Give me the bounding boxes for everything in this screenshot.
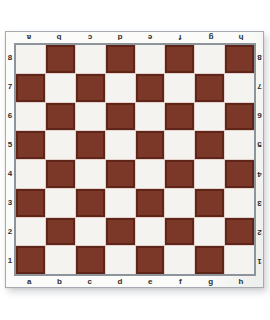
coord-top-d: d	[105, 32, 135, 43]
coord-left-4: 4	[6, 160, 14, 189]
square-c8[interactable]	[76, 45, 105, 73]
coord-right-8: 8	[256, 43, 263, 72]
rank-labels-right: 87654321	[256, 43, 263, 276]
square-h5[interactable]	[225, 131, 254, 159]
square-d3[interactable]	[106, 189, 135, 217]
square-g2[interactable]	[195, 218, 224, 246]
square-e8[interactable]	[136, 45, 165, 73]
square-h8[interactable]	[225, 45, 254, 73]
coord-top-g: g	[196, 32, 226, 43]
square-f5[interactable]	[165, 131, 194, 159]
coord-right-6: 6	[256, 101, 263, 130]
square-a8[interactable]	[16, 45, 45, 73]
coord-left-6: 6	[6, 101, 14, 130]
square-g3[interactable]	[195, 189, 224, 217]
square-a4[interactable]	[16, 160, 45, 188]
square-f6[interactable]	[165, 103, 194, 131]
square-d4[interactable]	[106, 160, 135, 188]
square-d2[interactable]	[106, 218, 135, 246]
coord-bottom-c: c	[75, 276, 105, 287]
coord-top-f: f	[165, 32, 195, 43]
coord-right-4: 4	[256, 160, 263, 189]
coord-left-8: 8	[6, 43, 14, 72]
coord-bottom-g: g	[196, 276, 226, 287]
square-g7[interactable]	[195, 74, 224, 102]
coord-left-3: 3	[6, 189, 14, 218]
square-f1[interactable]	[165, 246, 194, 274]
square-g5[interactable]	[195, 131, 224, 159]
square-h1[interactable]	[225, 246, 254, 274]
coord-right-3: 3	[256, 189, 263, 218]
coord-top-h: h	[226, 32, 256, 43]
coord-right-7: 7	[256, 72, 263, 101]
coord-top-e: e	[135, 32, 165, 43]
square-b1[interactable]	[46, 246, 75, 274]
square-e5[interactable]	[136, 131, 165, 159]
square-g1[interactable]	[195, 246, 224, 274]
square-b6[interactable]	[46, 103, 75, 131]
square-c1[interactable]	[76, 246, 105, 274]
square-f3[interactable]	[165, 189, 194, 217]
chessboard: abcdefgh 87654321 87654321 abcdefgh	[5, 31, 264, 288]
square-h3[interactable]	[225, 189, 254, 217]
square-a6[interactable]	[16, 103, 45, 131]
coord-left-7: 7	[6, 72, 14, 101]
square-h2[interactable]	[225, 218, 254, 246]
coord-top-c: c	[75, 32, 105, 43]
square-g6[interactable]	[195, 103, 224, 131]
coord-right-2: 2	[256, 218, 263, 247]
square-c2[interactable]	[76, 218, 105, 246]
rank-labels-left: 87654321	[6, 43, 14, 276]
square-b8[interactable]	[46, 45, 75, 73]
square-a2[interactable]	[16, 218, 45, 246]
square-d5[interactable]	[106, 131, 135, 159]
square-f4[interactable]	[165, 160, 194, 188]
coord-bottom-a: a	[14, 276, 44, 287]
square-e6[interactable]	[136, 103, 165, 131]
square-e4[interactable]	[136, 160, 165, 188]
square-g8[interactable]	[195, 45, 224, 73]
square-b2[interactable]	[46, 218, 75, 246]
coord-right-5: 5	[256, 130, 263, 159]
square-d8[interactable]	[106, 45, 135, 73]
square-b5[interactable]	[46, 131, 75, 159]
square-a7[interactable]	[16, 74, 45, 102]
square-e3[interactable]	[136, 189, 165, 217]
coord-left-5: 5	[6, 130, 14, 159]
square-f8[interactable]	[165, 45, 194, 73]
coord-top-b: b	[44, 32, 74, 43]
square-h6[interactable]	[225, 103, 254, 131]
coord-bottom-e: e	[135, 276, 165, 287]
square-h4[interactable]	[225, 160, 254, 188]
square-b7[interactable]	[46, 74, 75, 102]
square-c6[interactable]	[76, 103, 105, 131]
square-c4[interactable]	[76, 160, 105, 188]
coord-left-1: 1	[6, 247, 14, 276]
page: abcdefgh 87654321 87654321 abcdefgh	[0, 0, 270, 320]
square-e7[interactable]	[136, 74, 165, 102]
square-e2[interactable]	[136, 218, 165, 246]
square-h7[interactable]	[225, 74, 254, 102]
square-c5[interactable]	[76, 131, 105, 159]
coord-top-a: a	[14, 32, 44, 43]
square-b3[interactable]	[46, 189, 75, 217]
square-a1[interactable]	[16, 246, 45, 274]
coord-right-1: 1	[256, 247, 263, 276]
square-d7[interactable]	[106, 74, 135, 102]
coord-left-2: 2	[6, 218, 14, 247]
board-squares	[14, 43, 256, 276]
square-g4[interactable]	[195, 160, 224, 188]
square-f7[interactable]	[165, 74, 194, 102]
square-d1[interactable]	[106, 246, 135, 274]
coord-bottom-h: h	[226, 276, 256, 287]
square-b4[interactable]	[46, 160, 75, 188]
coord-bottom-d: d	[105, 276, 135, 287]
square-a5[interactable]	[16, 131, 45, 159]
coord-bottom-f: f	[165, 276, 195, 287]
file-labels-top: abcdefgh	[14, 32, 256, 43]
file-labels-bottom: abcdefgh	[14, 276, 256, 287]
square-c3[interactable]	[76, 189, 105, 217]
square-d6[interactable]	[106, 103, 135, 131]
square-c7[interactable]	[76, 74, 105, 102]
square-a3[interactable]	[16, 189, 45, 217]
coord-bottom-b: b	[44, 276, 74, 287]
square-e1[interactable]	[136, 246, 165, 274]
square-f2[interactable]	[165, 218, 194, 246]
